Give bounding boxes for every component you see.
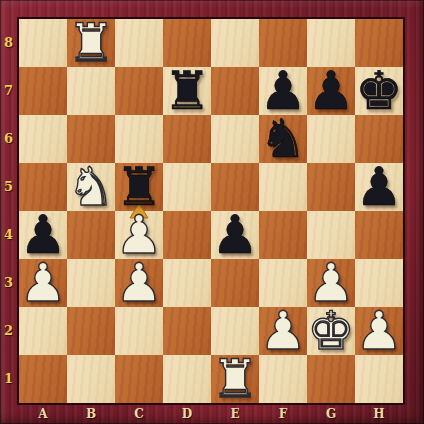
rank-label-2: 2: [0, 307, 17, 355]
square-b2[interactable]: [67, 307, 115, 355]
square-g1[interactable]: [307, 355, 355, 403]
piece-black-pawn-h5[interactable]: ♟: [355, 163, 403, 211]
piece-white-pawn-c3[interactable]: ♟: [115, 259, 163, 307]
square-e6[interactable]: [211, 115, 259, 163]
square-a1[interactable]: [19, 355, 67, 403]
square-d3[interactable]: [163, 259, 211, 307]
square-b3[interactable]: [67, 259, 115, 307]
piece-black-pawn-e4[interactable]: ♟: [211, 211, 259, 259]
rank-label-4: 4: [0, 211, 17, 259]
rank-label-5: 5: [0, 163, 17, 211]
rank-label-1: 1: [0, 355, 17, 403]
square-e7[interactable]: [211, 67, 259, 115]
square-d4[interactable]: [163, 211, 211, 259]
square-h1[interactable]: [355, 355, 403, 403]
square-e3[interactable]: [211, 259, 259, 307]
piece-black-rook-d7[interactable]: ♜: [163, 67, 211, 115]
piece-white-rook-b8[interactable]: ♜: [67, 19, 115, 67]
piece-white-knight-b5[interactable]: ♞: [67, 163, 115, 211]
file-label-b: B: [67, 405, 115, 424]
square-a6[interactable]: [19, 115, 67, 163]
square-c1[interactable]: [115, 355, 163, 403]
chess-board-window: ♜♜♟♟♚♞♞♜♟♟♟♟♟♟♟♟♚♟♜ 87654321ABCDEFGH: [0, 0, 424, 424]
square-d5[interactable]: [163, 163, 211, 211]
square-h4[interactable]: [355, 211, 403, 259]
square-g5[interactable]: [307, 163, 355, 211]
piece-white-pawn-h2[interactable]: ♟: [355, 307, 403, 355]
piece-white-king-g2[interactable]: ♚: [307, 307, 355, 355]
square-a2[interactable]: [19, 307, 67, 355]
square-d6[interactable]: [163, 115, 211, 163]
square-a8[interactable]: [19, 19, 67, 67]
square-c8[interactable]: [115, 19, 163, 67]
piece-white-rook-e1[interactable]: ♜: [211, 355, 259, 403]
square-f4[interactable]: [259, 211, 307, 259]
file-label-g: G: [307, 405, 355, 424]
piece-black-king-h7[interactable]: ♚: [355, 67, 403, 115]
rank-label-3: 3: [0, 259, 17, 307]
square-c7[interactable]: [115, 67, 163, 115]
square-f5[interactable]: [259, 163, 307, 211]
piece-white-pawn-f2[interactable]: ♟: [259, 307, 307, 355]
square-d1[interactable]: [163, 355, 211, 403]
rank-label-8: 8: [0, 19, 17, 67]
file-label-e: E: [211, 405, 259, 424]
rank-label-6: 6: [0, 115, 17, 163]
square-f1[interactable]: [259, 355, 307, 403]
square-d2[interactable]: [163, 307, 211, 355]
square-b1[interactable]: [67, 355, 115, 403]
square-b4[interactable]: [67, 211, 115, 259]
file-label-c: C: [115, 405, 163, 424]
piece-black-knight-f6[interactable]: ♞: [259, 115, 307, 163]
square-g6[interactable]: [307, 115, 355, 163]
file-label-a: A: [19, 405, 67, 424]
file-label-f: F: [259, 405, 307, 424]
square-b7[interactable]: [67, 67, 115, 115]
piece-black-pawn-g7[interactable]: ♟: [307, 67, 355, 115]
file-label-h: H: [355, 405, 403, 424]
piece-white-pawn-a3[interactable]: ♟: [19, 259, 67, 307]
square-e8[interactable]: [211, 19, 259, 67]
square-c2[interactable]: [115, 307, 163, 355]
rank-label-7: 7: [0, 67, 17, 115]
square-a7[interactable]: [19, 67, 67, 115]
file-label-d: D: [163, 405, 211, 424]
